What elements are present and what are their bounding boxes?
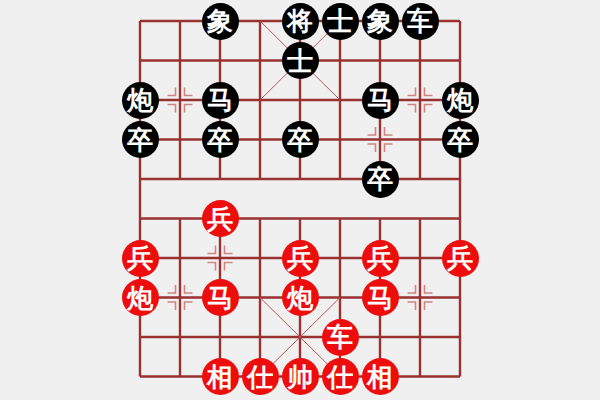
red-horse[interactable]: 马: [362, 279, 399, 316]
xiangqi-app-canvas: 象将士象车士炮马马炮卒卒卒卒卒兵兵兵兵兵炮马炮马车相仕帅仕相: [0, 0, 600, 400]
red-soldier[interactable]: 兵: [202, 200, 239, 237]
black-cannon[interactable]: 炮: [442, 82, 479, 119]
black-advisor[interactable]: 士: [322, 3, 359, 40]
red-general[interactable]: 帅: [282, 358, 319, 395]
red-soldier[interactable]: 兵: [282, 240, 319, 277]
red-chariot[interactable]: 车: [322, 319, 359, 356]
red-cannon[interactable]: 炮: [282, 279, 319, 316]
black-chariot[interactable]: 车: [402, 3, 439, 40]
black-horse[interactable]: 马: [362, 82, 399, 119]
black-cannon[interactable]: 炮: [122, 82, 159, 119]
black-elephant[interactable]: 象: [202, 3, 239, 40]
black-elephant[interactable]: 象: [362, 3, 399, 40]
red-elephant[interactable]: 相: [202, 358, 239, 395]
red-advisor[interactable]: 仕: [322, 358, 359, 395]
red-soldier[interactable]: 兵: [122, 240, 159, 277]
red-soldier[interactable]: 兵: [442, 240, 479, 277]
red-cannon[interactable]: 炮: [122, 279, 159, 316]
black-soldier[interactable]: 卒: [362, 161, 399, 198]
black-soldier[interactable]: 卒: [282, 121, 319, 158]
xiangqi-board: 象将士象车士炮马马炮卒卒卒卒卒兵兵兵兵兵炮马炮马车相仕帅仕相: [120, 1, 480, 396]
black-soldier[interactable]: 卒: [122, 121, 159, 158]
red-horse[interactable]: 马: [202, 279, 239, 316]
black-soldier[interactable]: 卒: [202, 121, 239, 158]
black-advisor[interactable]: 士: [282, 42, 319, 79]
red-soldier[interactable]: 兵: [362, 240, 399, 277]
black-soldier[interactable]: 卒: [442, 121, 479, 158]
red-advisor[interactable]: 仕: [242, 358, 279, 395]
black-horse[interactable]: 马: [202, 82, 239, 119]
red-elephant[interactable]: 相: [362, 358, 399, 395]
black-general[interactable]: 将: [282, 3, 319, 40]
